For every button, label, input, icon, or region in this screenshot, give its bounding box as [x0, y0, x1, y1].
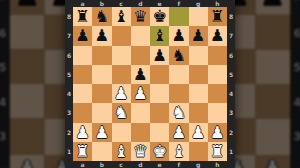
square-e2[interactable] [150, 123, 169, 142]
white-bishop: ♝ [112, 142, 131, 161]
square-h5[interactable] [208, 65, 227, 84]
square-b3[interactable] [92, 103, 111, 122]
bg-rank-label-right-6: 6 [290, 14, 300, 49]
black-knight: ♞ [169, 46, 188, 65]
bg-square-h2: ♟ [255, 154, 290, 168]
bg-rank-label-left-6: 6 [0, 14, 10, 49]
rank-label-left-3: 3 [65, 103, 73, 122]
square-a5[interactable] [73, 65, 92, 84]
rank-label-right-2: 2 [227, 123, 235, 142]
file-label-g: g [189, 0, 208, 7]
square-b1[interactable] [92, 142, 111, 161]
bg-rank-coordinates-left: 87654321 [0, 0, 10, 168]
bg-rank-label-left-4: 4 [0, 84, 10, 119]
white-bishop: ♝ [169, 142, 188, 161]
bg-square-h6 [255, 14, 290, 49]
file-label-b: b [92, 161, 111, 168]
rank-label-left-1: 1 [65, 142, 73, 161]
black-pawn: ♟ [92, 26, 111, 45]
file-label-a: a [73, 161, 92, 168]
square-f7[interactable]: ♟ [169, 26, 188, 45]
square-f4[interactable] [169, 84, 188, 103]
file-label-f: f [169, 161, 188, 168]
bg-rank-label-right-7: 7 [290, 0, 300, 14]
squares-grid: ♜♞♝♛♚♜♟♟♝♟♟♟♟♞♟♟♟♞♞♟♟♟♟♟♜♝♛♚♝♜ [73, 7, 227, 161]
black-pawn: ♟ [169, 26, 188, 45]
bg-rank-label-left-7: 7 [0, 0, 10, 14]
white-knight: ♞ [169, 103, 188, 122]
rank-label-right-3: 3 [227, 103, 235, 122]
white-king: ♚ [150, 142, 169, 161]
square-e6[interactable]: ♟ [150, 46, 169, 65]
square-a3[interactable] [73, 103, 92, 122]
square-g6[interactable] [189, 46, 208, 65]
bg-square-a5 [10, 49, 45, 84]
bg-square-h3 [255, 119, 290, 154]
square-c7[interactable] [112, 26, 131, 45]
rank-label-right-4: 4 [227, 84, 235, 103]
bg-white-pawn: ♟ [255, 154, 290, 168]
square-f5[interactable] [169, 65, 188, 84]
white-rook: ♜ [208, 142, 227, 161]
square-d3[interactable] [131, 103, 150, 122]
square-c4[interactable]: ♟ [112, 84, 131, 103]
square-h8[interactable]: ♜ [208, 7, 227, 26]
bg-white-pawn: ♟ [10, 154, 45, 168]
square-a1[interactable]: ♜ [73, 142, 92, 161]
black-knight: ♞ [92, 7, 111, 26]
white-pawn: ♟ [131, 84, 150, 103]
main-board-wrap: abcdefgh87654321♜♞♝♛♚♜♟♟♝♟♟♟♟♞♟♟♟♞♞♟♟♟♟♟… [65, 0, 235, 168]
square-e3[interactable] [150, 103, 169, 122]
file-label-b: b [92, 0, 111, 7]
black-pawn: ♟ [208, 26, 227, 45]
black-rook: ♜ [208, 7, 227, 26]
square-c8[interactable]: ♝ [112, 7, 131, 26]
file-label-g: g [189, 161, 208, 168]
black-pawn: ♟ [131, 65, 150, 84]
square-h2[interactable]: ♟ [208, 123, 227, 142]
square-c1[interactable]: ♝ [112, 142, 131, 161]
black-pawn: ♟ [150, 46, 169, 65]
white-rook: ♜ [73, 142, 92, 161]
bg-rank-label-right-2: 2 [290, 154, 300, 168]
square-c5[interactable] [112, 65, 131, 84]
bg-square-h5 [255, 49, 290, 84]
square-g2[interactable]: ♟ [189, 123, 208, 142]
square-h4[interactable] [208, 84, 227, 103]
square-f1[interactable]: ♝ [169, 142, 188, 161]
rank-label-right-7: 7 [227, 26, 235, 45]
rank-coordinates-right: 87654321 [227, 7, 235, 161]
black-pawn: ♟ [73, 26, 92, 45]
rank-label-left-5: 5 [65, 65, 73, 84]
square-a8[interactable]: ♜ [73, 7, 92, 26]
square-f6[interactable]: ♞ [169, 46, 188, 65]
square-g7[interactable]: ♟ [189, 26, 208, 45]
white-pawn: ♟ [208, 123, 227, 142]
square-g1[interactable] [189, 142, 208, 161]
square-a6[interactable] [73, 46, 92, 65]
black-bishop: ♝ [150, 26, 169, 45]
rank-label-left-7: 7 [65, 26, 73, 45]
square-h7[interactable]: ♟ [208, 26, 227, 45]
square-d8[interactable]: ♛ [131, 7, 150, 26]
rank-label-right-6: 6 [227, 46, 235, 65]
bg-black-pawn: ♟ [10, 0, 45, 14]
file-coordinates: abcdefgh [65, 0, 235, 7]
square-d7[interactable] [131, 26, 150, 45]
rank-label-left-8: 8 [65, 7, 73, 26]
rank-label-right-1: 1 [227, 142, 235, 161]
square-e8[interactable]: ♚ [150, 7, 169, 26]
square-g8[interactable] [189, 7, 208, 26]
white-pawn: ♟ [92, 123, 111, 142]
file-label-c: c [112, 161, 131, 168]
square-h1[interactable]: ♜ [208, 142, 227, 161]
square-c2[interactable] [112, 123, 131, 142]
square-f8[interactable] [169, 7, 188, 26]
square-d5[interactable]: ♟ [131, 65, 150, 84]
file-label-e: e [150, 0, 169, 7]
rank-label-right-5: 5 [227, 65, 235, 84]
white-pawn: ♟ [169, 123, 188, 142]
white-pawn: ♟ [112, 84, 131, 103]
bg-rank-coordinates-right: 87654321 [290, 0, 300, 168]
bg-square-a6 [10, 14, 45, 49]
bg-square-a3 [10, 119, 45, 154]
bg-rank-label-left-2: 2 [0, 154, 10, 168]
square-g5[interactable] [189, 65, 208, 84]
bg-square-h7: ♟ [255, 0, 290, 14]
black-pawn: ♟ [189, 26, 208, 45]
rank-label-left-6: 6 [65, 46, 73, 65]
rank-coordinates-left: 87654321 [65, 7, 73, 161]
chess-app-stage: abcdefgh87654321♜♞♝♛♚♜♟♟♝♟♟♟♟♞♟♟♟♞♞♟♟♟♟♟… [0, 0, 300, 168]
square-f3[interactable]: ♞ [169, 103, 188, 122]
bg-rank-label-right-3: 3 [290, 119, 300, 154]
file-label-h: h [208, 161, 227, 168]
white-knight: ♞ [112, 103, 131, 122]
file-label-d: d [131, 0, 150, 7]
black-queen: ♛ [131, 7, 150, 26]
file-label-h: h [208, 0, 227, 7]
square-b8[interactable]: ♞ [92, 7, 111, 26]
bg-square-a7: ♟ [10, 0, 45, 14]
rank-label-right-8: 8 [227, 7, 235, 26]
bg-black-pawn: ♟ [255, 0, 290, 14]
square-b6[interactable] [92, 46, 111, 65]
file-label-d: d [131, 161, 150, 168]
square-h6[interactable] [208, 46, 227, 65]
square-g3[interactable] [189, 103, 208, 122]
square-e7[interactable]: ♝ [150, 26, 169, 45]
square-d1[interactable]: ♛ [131, 142, 150, 161]
white-pawn: ♟ [73, 123, 92, 142]
bg-rank-label-right-4: 4 [290, 84, 300, 119]
square-c6[interactable] [112, 46, 131, 65]
file-coordinates: abcdefgh [65, 161, 235, 168]
file-label-e: e [150, 161, 169, 168]
file-label-a: a [73, 0, 92, 7]
square-e4[interactable] [150, 84, 169, 103]
rank-label-left-2: 2 [65, 123, 73, 142]
square-b7[interactable]: ♟ [92, 26, 111, 45]
bg-square-a2: ♟ [10, 154, 45, 168]
square-b2[interactable]: ♟ [92, 123, 111, 142]
square-c3[interactable]: ♞ [112, 103, 131, 122]
square-e1[interactable]: ♚ [150, 142, 169, 161]
chess-board: abcdefgh87654321♜♞♝♛♚♜♟♟♝♟♟♟♟♞♟♟♟♞♞♟♟♟♟♟… [65, 0, 235, 168]
white-queen: ♛ [131, 142, 150, 161]
square-g4[interactable] [189, 84, 208, 103]
black-rook: ♜ [73, 7, 92, 26]
black-bishop: ♝ [112, 7, 131, 26]
file-label-f: f [169, 0, 188, 7]
white-pawn: ♟ [189, 123, 208, 142]
square-e5[interactable] [150, 65, 169, 84]
square-d2[interactable] [131, 123, 150, 142]
square-b4[interactable] [92, 84, 111, 103]
bg-square-a4 [10, 84, 45, 119]
square-a7[interactable]: ♟ [73, 26, 92, 45]
square-b5[interactable] [92, 65, 111, 84]
square-h3[interactable] [208, 103, 227, 122]
square-d4[interactable]: ♟ [131, 84, 150, 103]
square-a4[interactable] [73, 84, 92, 103]
rank-label-left-4: 4 [65, 84, 73, 103]
bg-rank-label-left-5: 5 [0, 49, 10, 84]
square-d6[interactable] [131, 46, 150, 65]
bg-square-h4 [255, 84, 290, 119]
bg-rank-label-right-5: 5 [290, 49, 300, 84]
square-f2[interactable]: ♟ [169, 123, 188, 142]
bg-rank-label-left-3: 3 [0, 119, 10, 154]
black-king: ♚ [150, 7, 169, 26]
file-label-c: c [112, 0, 131, 7]
square-a2[interactable]: ♟ [73, 123, 92, 142]
